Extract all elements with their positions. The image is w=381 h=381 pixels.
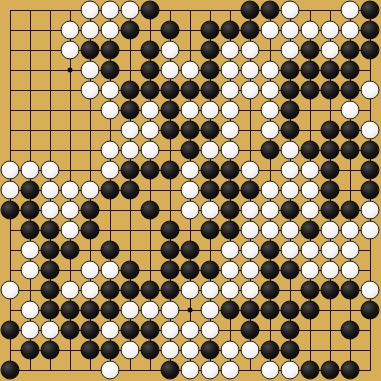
black-stone [201, 341, 220, 360]
white-stone [221, 361, 240, 380]
black-stone [161, 361, 180, 380]
black-stone [1, 321, 20, 340]
white-stone [21, 161, 40, 180]
white-stone [241, 161, 260, 180]
black-stone [201, 121, 220, 140]
black-stone [361, 141, 380, 160]
black-stone [141, 1, 160, 20]
black-stone [321, 201, 340, 220]
white-stone [81, 21, 100, 40]
white-stone [41, 321, 60, 340]
white-stone [261, 221, 280, 240]
black-stone [361, 41, 380, 60]
white-stone [181, 361, 200, 380]
black-stone [341, 281, 360, 300]
white-stone [181, 341, 200, 360]
black-stone [321, 181, 340, 200]
white-stone [301, 21, 320, 40]
black-stone [321, 361, 340, 380]
white-stone [181, 101, 200, 120]
black-stone [81, 321, 100, 340]
black-stone [181, 81, 200, 100]
white-stone [261, 121, 280, 140]
black-stone [261, 341, 280, 360]
black-stone [121, 81, 140, 100]
black-stone [301, 81, 320, 100]
white-stone [161, 321, 180, 340]
white-stone [21, 321, 40, 340]
white-stone [341, 1, 360, 20]
white-stone [181, 61, 200, 80]
black-stone [201, 61, 220, 80]
black-stone [161, 21, 180, 40]
white-stone [21, 241, 40, 260]
black-stone [281, 101, 300, 120]
black-stone [141, 61, 160, 80]
white-stone [241, 81, 260, 100]
black-stone [121, 21, 140, 40]
black-stone [201, 261, 220, 280]
white-stone [301, 261, 320, 280]
white-stone [341, 241, 360, 260]
white-stone [81, 1, 100, 20]
black-stone [301, 141, 320, 160]
white-stone [41, 201, 60, 220]
white-stone [221, 121, 240, 140]
white-stone [221, 241, 240, 260]
white-stone [141, 121, 160, 140]
black-stone [181, 121, 200, 140]
black-stone [261, 241, 280, 260]
black-stone [241, 321, 260, 340]
black-stone [301, 41, 320, 60]
black-stone [101, 281, 120, 300]
black-stone [361, 1, 380, 20]
black-stone [141, 161, 160, 180]
black-stone [41, 281, 60, 300]
white-stone [361, 221, 380, 240]
white-stone [281, 141, 300, 160]
black-stone [141, 281, 160, 300]
black-stone [281, 261, 300, 280]
black-stone [161, 261, 180, 280]
white-stone [101, 261, 120, 280]
black-stone [261, 141, 280, 160]
white-stone [301, 241, 320, 260]
white-stone [101, 81, 120, 100]
white-stone [61, 41, 80, 60]
black-stone [321, 121, 340, 140]
white-stone [101, 161, 120, 180]
black-stone [221, 21, 240, 40]
black-stone [101, 41, 120, 60]
white-stone [121, 1, 140, 20]
white-stone [101, 1, 120, 20]
black-stone [61, 241, 80, 260]
white-stone [81, 261, 100, 280]
white-stone [61, 281, 80, 300]
white-stone [181, 321, 200, 340]
black-stone [141, 201, 160, 220]
white-stone [241, 241, 260, 260]
white-stone [141, 141, 160, 160]
white-stone [261, 101, 280, 120]
black-stone [241, 1, 260, 20]
black-stone [161, 121, 180, 140]
white-stone [141, 301, 160, 320]
black-stone [101, 301, 120, 320]
white-stone [181, 161, 200, 180]
black-stone [361, 21, 380, 40]
white-stone [1, 181, 20, 200]
white-stone [81, 81, 100, 100]
black-stone [41, 241, 60, 260]
white-stone [221, 141, 240, 160]
black-stone [361, 181, 380, 200]
white-stone [61, 181, 80, 200]
black-stone [81, 41, 100, 60]
black-stone [121, 101, 140, 120]
black-stone [81, 221, 100, 240]
white-stone [101, 21, 120, 40]
go-board[interactable] [0, 0, 381, 381]
white-stone [101, 141, 120, 160]
black-stone [21, 221, 40, 240]
white-stone [261, 21, 280, 40]
white-stone [241, 41, 260, 60]
black-stone [121, 161, 140, 180]
black-stone [1, 361, 20, 380]
white-stone [161, 341, 180, 360]
black-stone [261, 1, 280, 20]
black-stone [261, 301, 280, 320]
black-stone [281, 121, 300, 140]
star-point [68, 68, 73, 73]
black-stone [161, 281, 180, 300]
white-stone [301, 201, 320, 220]
black-stone [321, 281, 340, 300]
black-stone [181, 141, 200, 160]
black-stone [341, 141, 360, 160]
white-stone [221, 101, 240, 120]
white-stone [221, 281, 240, 300]
black-stone [301, 301, 320, 320]
black-stone [101, 61, 120, 80]
black-stone [201, 21, 220, 40]
black-stone [281, 201, 300, 220]
white-stone [281, 241, 300, 260]
black-stone [281, 301, 300, 320]
black-stone [21, 341, 40, 360]
white-stone [101, 321, 120, 340]
white-stone [281, 21, 300, 40]
white-stone [181, 201, 200, 220]
white-stone [81, 281, 100, 300]
black-stone [301, 281, 320, 300]
white-stone [341, 101, 360, 120]
white-stone [341, 261, 360, 280]
black-stone [341, 361, 360, 380]
white-stone [241, 261, 260, 280]
black-stone [41, 301, 60, 320]
black-stone [321, 161, 340, 180]
white-stone [321, 261, 340, 280]
white-stone [221, 81, 240, 100]
black-stone [261, 281, 280, 300]
black-stone [341, 81, 360, 100]
black-stone [121, 321, 140, 340]
white-stone [121, 121, 140, 140]
black-stone [21, 201, 40, 220]
black-stone [281, 81, 300, 100]
black-stone [361, 161, 380, 180]
black-stone [61, 301, 80, 320]
white-stone [21, 301, 40, 320]
black-stone [221, 181, 240, 200]
white-stone [301, 161, 320, 180]
white-stone [361, 201, 380, 220]
white-stone [261, 81, 280, 100]
white-stone [341, 21, 360, 40]
white-stone [201, 201, 220, 220]
white-stone [321, 221, 340, 240]
black-stone [1, 201, 20, 220]
white-stone [161, 301, 180, 320]
white-stone [281, 361, 300, 380]
white-stone [221, 341, 240, 360]
black-stone [221, 201, 240, 220]
white-stone [321, 41, 340, 60]
white-stone [321, 21, 340, 40]
white-stone [81, 181, 100, 200]
white-stone [201, 321, 220, 340]
white-stone [161, 41, 180, 60]
black-stone [221, 221, 240, 240]
black-stone [141, 41, 160, 60]
white-stone [201, 101, 220, 120]
black-stone [221, 161, 240, 180]
black-stone [301, 361, 320, 380]
black-stone [141, 341, 160, 360]
white-stone [221, 61, 240, 80]
black-stone [101, 341, 120, 360]
black-stone [81, 301, 100, 320]
black-stone [41, 221, 60, 240]
white-stone [361, 281, 380, 300]
white-stone [141, 101, 160, 120]
white-stone [221, 261, 240, 280]
black-stone [101, 241, 120, 260]
white-stone [61, 221, 80, 240]
white-stone [101, 101, 120, 120]
white-stone [241, 61, 260, 80]
black-stone [361, 301, 380, 320]
black-stone [121, 281, 140, 300]
black-stone [241, 301, 260, 320]
black-stone [161, 161, 180, 180]
black-stone [181, 261, 200, 280]
white-stone [321, 241, 340, 260]
white-stone [301, 181, 320, 200]
white-stone [241, 201, 260, 220]
black-stone [141, 321, 160, 340]
black-stone [281, 61, 300, 80]
white-stone [121, 341, 140, 360]
black-stone [341, 121, 360, 140]
white-stone [281, 221, 300, 240]
white-stone [161, 61, 180, 80]
black-stone [281, 341, 300, 360]
white-stone [281, 161, 300, 180]
white-stone [101, 361, 120, 380]
white-stone [281, 41, 300, 60]
black-stone [341, 41, 360, 60]
white-stone [81, 61, 100, 80]
black-stone [341, 61, 360, 80]
white-stone [201, 301, 220, 320]
black-stone [341, 321, 360, 340]
black-stone [81, 341, 100, 360]
black-stone [181, 241, 200, 260]
white-stone [21, 261, 40, 280]
black-stone [321, 61, 340, 80]
black-stone [301, 61, 320, 80]
black-stone [221, 301, 240, 320]
black-stone [201, 161, 220, 180]
white-stone [41, 161, 60, 180]
black-stone [301, 221, 320, 240]
white-stone [241, 281, 260, 300]
white-stone [341, 221, 360, 240]
white-stone [1, 161, 20, 180]
black-stone [161, 241, 180, 260]
white-stone [361, 121, 380, 140]
black-stone [241, 21, 260, 40]
black-stone [121, 181, 140, 200]
black-stone [281, 321, 300, 340]
black-stone [101, 181, 120, 200]
white-stone [121, 141, 140, 160]
white-stone [261, 61, 280, 80]
black-stone [141, 81, 160, 100]
black-stone [201, 41, 220, 60]
black-stone [21, 181, 40, 200]
white-stone [181, 281, 200, 300]
black-stone [341, 201, 360, 220]
white-stone [221, 41, 240, 60]
white-stone [61, 21, 80, 40]
black-stone [321, 81, 340, 100]
black-stone [81, 201, 100, 220]
white-stone [201, 361, 220, 380]
black-stone [121, 261, 140, 280]
star-point [188, 308, 193, 313]
black-stone [41, 261, 60, 280]
white-stone [241, 221, 260, 240]
white-stone [41, 181, 60, 200]
black-stone [201, 221, 220, 240]
black-stone [41, 341, 60, 360]
white-stone [261, 181, 280, 200]
white-stone [61, 201, 80, 220]
white-stone [1, 281, 20, 300]
black-stone [61, 321, 80, 340]
black-stone [201, 181, 220, 200]
white-stone [261, 201, 280, 220]
white-stone [261, 361, 280, 380]
white-stone [281, 1, 300, 20]
black-stone [321, 141, 340, 160]
white-stone [241, 341, 260, 360]
black-stone [161, 221, 180, 240]
white-stone [181, 181, 200, 200]
white-stone [201, 281, 220, 300]
go-board-screenshot [0, 0, 381, 381]
black-stone [201, 81, 220, 100]
white-stone [121, 301, 140, 320]
white-stone [201, 141, 220, 160]
white-stone [281, 181, 300, 200]
white-stone [361, 81, 380, 100]
black-stone [261, 261, 280, 280]
black-stone [161, 101, 180, 120]
black-stone [241, 181, 260, 200]
black-stone [161, 81, 180, 100]
